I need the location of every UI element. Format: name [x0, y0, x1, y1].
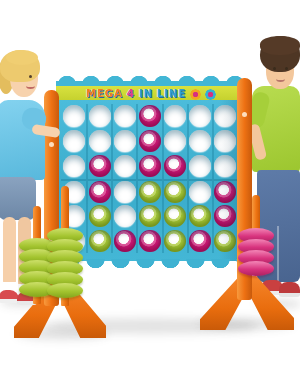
cell-r2c1	[61, 129, 86, 154]
title-segment-3: LINE	[157, 89, 186, 99]
teal-ring-disc-icon	[205, 89, 216, 100]
cell-r2c5	[162, 129, 187, 154]
pink-ring-stack	[238, 228, 274, 276]
empty-hole	[214, 130, 236, 152]
boy-eye	[273, 67, 276, 70]
magenta-disc	[89, 181, 111, 203]
magenta-disc	[139, 130, 161, 152]
empty-hole	[189, 130, 211, 152]
empty-hole	[63, 155, 85, 177]
cell-r6c3	[111, 228, 136, 253]
boy-shoe	[279, 282, 300, 297]
empty-hole	[114, 205, 136, 227]
cell-r6c5	[162, 228, 187, 253]
girl-eye	[29, 75, 32, 78]
cell-r1c1	[61, 104, 86, 129]
magenta-disc	[139, 230, 161, 252]
board-bottom-wave	[58, 259, 245, 273]
cell-r6c6	[187, 228, 212, 253]
title-segment-1: 4	[127, 89, 135, 99]
boy-eye	[285, 67, 288, 70]
green-disc	[189, 205, 211, 227]
cell-r5c7	[212, 203, 237, 228]
magenta-disc	[139, 155, 161, 177]
cell-r1c6	[187, 104, 212, 129]
empty-hole	[164, 130, 186, 152]
cell-r6c4	[136, 228, 161, 253]
cell-r3c7	[212, 154, 237, 179]
cell-r5c2	[86, 203, 111, 228]
empty-hole	[89, 130, 111, 152]
green-disc	[164, 230, 186, 252]
cell-r3c4	[136, 154, 161, 179]
cell-r2c2	[86, 129, 111, 154]
cell-r2c3	[111, 129, 136, 154]
girl-hair-fringe	[6, 50, 38, 65]
cell-r2c7	[212, 129, 237, 154]
cell-r6c2	[86, 228, 111, 253]
cell-r1c7	[212, 104, 237, 129]
green-disc	[139, 181, 161, 203]
cell-r5c3	[111, 203, 136, 228]
empty-hole	[114, 130, 136, 152]
boy-hair-fringe	[260, 36, 300, 55]
empty-hole	[63, 105, 85, 127]
cell-r4c2	[86, 179, 111, 204]
cell-r3c2	[86, 154, 111, 179]
cell-r4c4	[136, 179, 161, 204]
magenta-disc	[189, 230, 211, 252]
cell-r1c4	[136, 104, 161, 129]
cell-r3c3	[111, 154, 136, 179]
empty-hole	[189, 155, 211, 177]
cell-r4c6	[187, 179, 212, 204]
product-photo: MEGA4INLINE	[0, 0, 300, 366]
magenta-disc	[214, 181, 236, 203]
green-disc	[214, 230, 236, 252]
empty-hole	[214, 155, 236, 177]
cell-r3c5	[162, 154, 187, 179]
empty-hole	[189, 181, 211, 203]
title-segment-2: IN	[139, 89, 153, 99]
green-disc	[164, 181, 186, 203]
empty-hole	[114, 155, 136, 177]
green-ring	[47, 283, 83, 298]
green-ring-stack-rear	[47, 228, 83, 298]
empty-hole	[189, 105, 211, 127]
cell-r2c6	[187, 129, 212, 154]
empty-hole	[89, 105, 111, 127]
cell-r1c2	[86, 104, 111, 129]
cell-r1c3	[111, 104, 136, 129]
cell-r5c5	[162, 203, 187, 228]
pink-ring	[238, 261, 274, 276]
orange-ring-disc-icon	[190, 89, 201, 100]
empty-hole	[63, 130, 85, 152]
cell-r4c3	[111, 179, 136, 204]
magenta-disc	[89, 155, 111, 177]
magenta-disc	[164, 155, 186, 177]
green-disc	[139, 205, 161, 227]
empty-hole	[114, 105, 136, 127]
green-disc	[89, 230, 111, 252]
cell-r6c7	[212, 228, 237, 253]
title-segment-0: MEGA	[86, 89, 123, 99]
green-disc	[89, 205, 111, 227]
empty-hole	[214, 105, 236, 127]
green-disc	[164, 205, 186, 227]
boy-jeans-seam	[277, 226, 279, 282]
game-board	[58, 100, 245, 261]
magenta-disc	[114, 230, 136, 252]
cell-r3c6	[187, 154, 212, 179]
cell-r1c5	[162, 104, 187, 129]
empty-hole	[114, 181, 136, 203]
empty-hole	[164, 105, 186, 127]
cell-r2c4	[136, 129, 161, 154]
girl-leg	[3, 217, 16, 287]
cell-r3c1	[61, 154, 86, 179]
cell-r5c6	[187, 203, 212, 228]
cell-r5c4	[136, 203, 161, 228]
screw-icon	[242, 112, 247, 117]
cell-r4c7	[212, 179, 237, 204]
magenta-disc	[214, 205, 236, 227]
magenta-disc	[139, 105, 161, 127]
girl-denim-shorts	[0, 177, 36, 220]
boy-smile	[276, 76, 285, 82]
cell-r4c5	[162, 179, 187, 204]
girl-smile	[26, 83, 35, 89]
